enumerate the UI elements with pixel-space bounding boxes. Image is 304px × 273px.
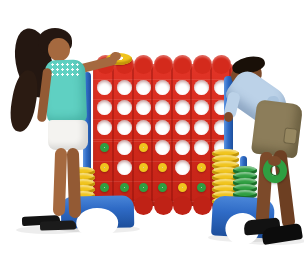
- girl-back-leg: [67, 148, 81, 218]
- girl-player: [0, 0, 140, 273]
- boy-player: [160, 0, 304, 273]
- girl-front-leg: [53, 148, 67, 216]
- boy-cargo-pocket: [283, 127, 298, 144]
- girl-hair-strand: [7, 68, 41, 133]
- girl-sandal-right: [40, 220, 76, 230]
- girl-right-hand: [109, 51, 122, 62]
- boy-left-hand: [224, 112, 233, 122]
- boy-right-hand: [268, 156, 281, 166]
- scene: [0, 0, 304, 273]
- girl-top-pattern: [50, 62, 80, 78]
- girl-shorts: [48, 120, 88, 150]
